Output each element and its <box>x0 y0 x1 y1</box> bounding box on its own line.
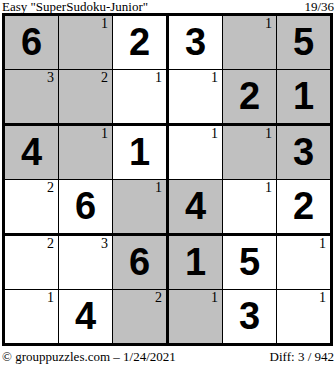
pencil-mark: 1 <box>265 180 272 196</box>
cell-r5c6[interactable]: 1 <box>277 236 330 290</box>
cell-r2c5[interactable]: 2 <box>223 70 277 126</box>
pencil-mark: 1 <box>211 70 218 86</box>
progress-counter: 19/36 <box>304 0 334 13</box>
cell-r4c4[interactable]: 4 <box>169 180 223 236</box>
pencil-mark: 2 <box>47 180 54 196</box>
cell-r1c1[interactable]: 6 <box>5 16 59 70</box>
cell-r2c6[interactable]: 1 <box>277 70 330 126</box>
cell-value: 3 <box>277 126 330 179</box>
cell-r3c5[interactable]: 1 <box>223 126 277 180</box>
cell-r2c1[interactable]: 3 <box>5 70 59 126</box>
cell-value: 2 <box>223 70 276 123</box>
puzzle-header: Easy "SuperSudoku-Junior" 19/36 <box>0 0 336 13</box>
cell-r5c5[interactable]: 5 <box>223 236 277 290</box>
pencil-mark: 3 <box>47 70 54 86</box>
cell-r2c4[interactable]: 1 <box>169 70 223 126</box>
cell-value: 6 <box>113 236 166 289</box>
cell-r1c5[interactable]: 1 <box>223 16 277 70</box>
pencil-mark: 3 <box>101 236 108 252</box>
cell-r3c3[interactable]: 1 <box>113 126 169 180</box>
cell-value: 3 <box>169 16 222 69</box>
difficulty-text: Diff: 3 / 942 <box>270 349 334 364</box>
cell-r4c3[interactable]: 1 <box>113 180 169 236</box>
cell-value: 6 <box>5 16 58 69</box>
copyright-text: © grouppuzzles.com – 1/24/2021 <box>2 349 176 364</box>
pencil-mark: 1 <box>155 70 162 86</box>
cell-r4c6[interactable]: 2 <box>277 180 330 236</box>
cell-r5c2[interactable]: 3 <box>59 236 113 290</box>
cell-value: 4 <box>169 180 222 233</box>
cell-value: 5 <box>277 16 330 69</box>
pencil-mark: 1 <box>211 126 218 142</box>
sudoku-grid: 612315321121411113261412236151142131 <box>5 16 330 343</box>
pencil-mark: 2 <box>155 290 162 306</box>
cell-value: 1 <box>277 70 330 123</box>
cell-value: 3 <box>223 290 276 343</box>
cell-r5c3[interactable]: 6 <box>113 236 169 290</box>
cell-value: 5 <box>223 236 276 289</box>
cell-r6c2[interactable]: 4 <box>59 290 113 343</box>
cell-r2c3[interactable]: 1 <box>113 70 169 126</box>
puzzle-title: Easy "SuperSudoku-Junior" <box>2 0 148 13</box>
cell-r5c4[interactable]: 1 <box>169 236 223 290</box>
pencil-mark: 1 <box>101 16 108 32</box>
cell-value: 6 <box>59 180 112 233</box>
cell-r3c2[interactable]: 1 <box>59 126 113 180</box>
cell-r6c3[interactable]: 2 <box>113 290 169 343</box>
puzzle-footer: © grouppuzzles.com – 1/24/2021 Diff: 3 /… <box>0 349 336 364</box>
sudoku-board: 612315321121411113261412236151142131 <box>2 13 333 346</box>
pencil-mark: 1 <box>47 290 54 306</box>
pencil-mark: 2 <box>101 70 108 86</box>
cell-r1c2[interactable]: 1 <box>59 16 113 70</box>
cell-r6c1[interactable]: 1 <box>5 290 59 343</box>
pencil-mark: 1 <box>211 290 218 306</box>
cell-r6c6[interactable]: 1 <box>277 290 330 343</box>
cell-r4c2[interactable]: 6 <box>59 180 113 236</box>
pencil-mark: 1 <box>101 126 108 142</box>
cell-value: 1 <box>169 236 222 289</box>
cell-r3c1[interactable]: 4 <box>5 126 59 180</box>
cell-r6c5[interactable]: 3 <box>223 290 277 343</box>
cell-r4c5[interactable]: 1 <box>223 180 277 236</box>
cell-r5c1[interactable]: 2 <box>5 236 59 290</box>
pencil-mark: 1 <box>265 16 272 32</box>
cell-r4c1[interactable]: 2 <box>5 180 59 236</box>
cell-r1c6[interactable]: 5 <box>277 16 330 70</box>
cell-value: 4 <box>5 126 58 179</box>
cell-r6c4[interactable]: 1 <box>169 290 223 343</box>
pencil-mark: 1 <box>265 126 272 142</box>
cell-r2c2[interactable]: 2 <box>59 70 113 126</box>
pencil-mark: 2 <box>47 236 54 252</box>
cell-value: 2 <box>277 180 330 233</box>
pencil-mark: 1 <box>319 290 326 306</box>
pencil-mark: 1 <box>155 180 162 196</box>
cell-value: 1 <box>113 126 166 179</box>
cell-r1c4[interactable]: 3 <box>169 16 223 70</box>
pencil-mark: 1 <box>319 236 326 252</box>
cell-r3c4[interactable]: 1 <box>169 126 223 180</box>
puzzle-page: Easy "SuperSudoku-Junior" 19/36 61231532… <box>0 0 336 370</box>
cell-r3c6[interactable]: 3 <box>277 126 330 180</box>
cell-value: 4 <box>59 290 112 343</box>
cell-value: 2 <box>113 16 166 69</box>
cell-r1c3[interactable]: 2 <box>113 16 169 70</box>
